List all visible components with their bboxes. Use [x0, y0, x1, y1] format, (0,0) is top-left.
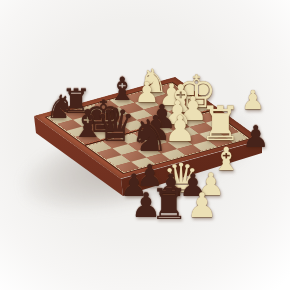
piece-black-knight-c2[interactable]: ♞	[130, 113, 169, 157]
captured-right-white-pawn-1[interactable]: ♟	[241, 87, 264, 113]
captured-front-black-rook-4[interactable]: ♜	[150, 184, 188, 226]
captured-right-black-pawn-2[interactable]: ♟	[243, 122, 270, 152]
chess-set-photo: ♞♜♝♞♟♟♝♚♝♚♛♟♟♟♟♞♟♜♟♟♟♜♟♛♟♟♟♝♟♟	[0, 0, 290, 290]
captured-front-white-pawn-8[interactable]: ♟	[187, 188, 217, 222]
piece-white-pawn-e2[interactable]: ♟	[164, 112, 196, 148]
